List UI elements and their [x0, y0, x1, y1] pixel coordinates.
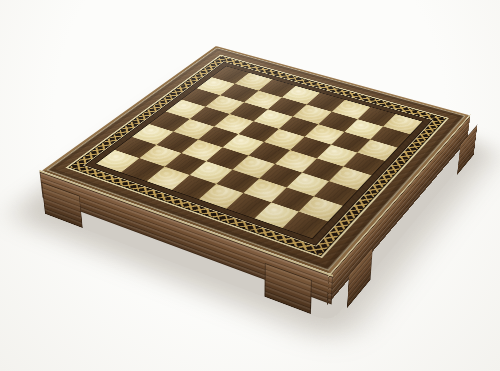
square-r5c7-dark	[314, 181, 357, 205]
square-r4c6-dark	[302, 158, 344, 181]
square-r7c0-light	[96, 149, 139, 171]
chessboard	[42, 46, 470, 274]
square-r7c1-dark	[121, 158, 164, 181]
board-frame	[42, 46, 470, 274]
square-r7c2-light	[146, 166, 190, 189]
square-r6c7-light	[299, 196, 343, 221]
board-foot	[265, 262, 313, 313]
board-foot	[347, 246, 373, 308]
scene	[0, 0, 500, 371]
square-r3c7-dark	[344, 152, 385, 175]
board-foot	[41, 181, 82, 227]
square-r4c4-dark	[249, 142, 290, 164]
square-r5c4-light	[233, 155, 275, 178]
square-r6c4-dark	[216, 169, 259, 193]
square-r5c6-light	[287, 172, 330, 196]
square-r6c2-dark	[164, 152, 207, 175]
square-r5c2-light	[181, 139, 223, 161]
square-r6c5-light	[243, 178, 286, 202]
square-r3c6-light	[316, 144, 357, 166]
square-r6c6-dark	[271, 187, 315, 212]
square-r7c6-light	[254, 202, 299, 228]
square-r6c3-light	[190, 161, 233, 184]
square-r5c5-dark	[259, 163, 302, 186]
square-r4c7-light	[329, 166, 371, 189]
square-r4c5-light	[275, 150, 317, 172]
square-r7c5-dark	[226, 193, 270, 218]
photo-background	[0, 0, 500, 371]
square-r7c3-dark	[172, 175, 216, 199]
square-r5c3-dark	[207, 147, 249, 169]
square-r7c4-light	[199, 184, 243, 209]
board-foot	[457, 124, 478, 175]
square-r2c7-light	[357, 139, 397, 161]
square-r6c1-light	[139, 144, 181, 166]
square-r7c7-dark	[283, 211, 328, 237]
